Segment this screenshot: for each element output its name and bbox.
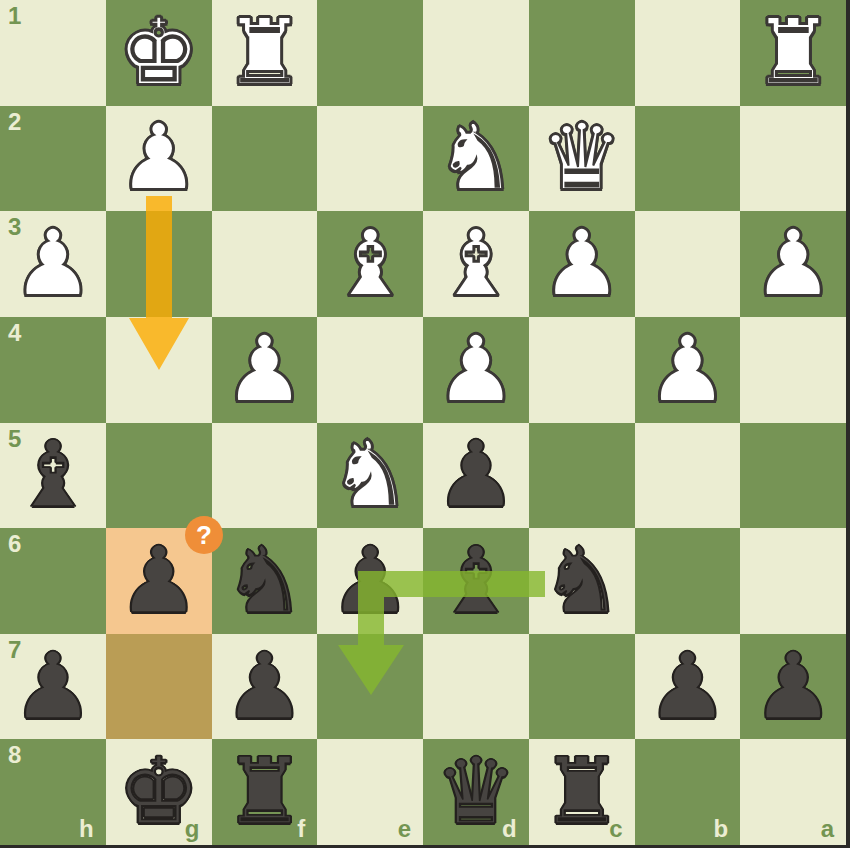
file-label-a: a (821, 817, 834, 841)
square-e1[interactable] (317, 0, 423, 106)
square-b3[interactable] (635, 211, 741, 317)
square-h3[interactable]: 3♟ (0, 211, 106, 317)
square-c4[interactable] (529, 317, 635, 423)
square-d1[interactable] (423, 0, 529, 106)
square-g4[interactable] (106, 317, 212, 423)
square-e2[interactable] (317, 106, 423, 212)
square-c7[interactable] (529, 634, 635, 740)
piece-black-knight-c6[interactable]: ♞ (529, 528, 635, 634)
piece-white-rook-f1[interactable]: ♜ (212, 0, 318, 106)
square-h5[interactable]: 5♝ (0, 423, 106, 529)
square-e3[interactable]: ♝ (317, 211, 423, 317)
square-c6[interactable]: ♞ (529, 528, 635, 634)
piece-black-pawn-f7[interactable]: ♟ (212, 634, 318, 740)
square-h7[interactable]: 7♟ (0, 634, 106, 740)
piece-black-bishop-d6[interactable]: ♝ (423, 528, 529, 634)
square-f7[interactable]: ♟ (212, 634, 318, 740)
square-c2[interactable]: ♛ (529, 106, 635, 212)
square-a8[interactable]: a (740, 739, 846, 845)
piece-black-pawn-b7[interactable]: ♟ (635, 634, 741, 740)
square-a3[interactable]: ♟ (740, 211, 846, 317)
piece-white-rook-a1[interactable]: ♜ (740, 0, 846, 106)
square-a6[interactable] (740, 528, 846, 634)
square-d4[interactable]: ♟ (423, 317, 529, 423)
square-d5[interactable]: ♟ (423, 423, 529, 529)
piece-white-pawn-c3[interactable]: ♟ (529, 211, 635, 317)
square-b6[interactable] (635, 528, 741, 634)
square-h4[interactable]: 4 (0, 317, 106, 423)
chess-board-frame: 1♚♜♜2♟♞♛3♟♝♝♟♟4♟♟♟5♝♞♟6♟♞♟♝♞7♟♟♟♟8hg♚f♜e… (0, 0, 850, 848)
rank-label-2: 2 (8, 110, 21, 134)
square-e4[interactable] (317, 317, 423, 423)
piece-white-bishop-e3[interactable]: ♝ (317, 211, 423, 317)
rank-label-8: 8 (8, 743, 21, 767)
square-b1[interactable] (635, 0, 741, 106)
square-h8[interactable]: 8h (0, 739, 106, 845)
piece-white-pawn-h3[interactable]: ♟ (0, 211, 106, 317)
piece-black-rook-c8[interactable]: ♜ (529, 739, 635, 845)
square-e5[interactable]: ♞ (317, 423, 423, 529)
square-h2[interactable]: 2 (0, 106, 106, 212)
rank-label-6: 6 (8, 532, 21, 556)
piece-black-pawn-e6[interactable]: ♟ (317, 528, 423, 634)
square-b8[interactable]: b (635, 739, 741, 845)
piece-black-king-g8[interactable]: ♚ (106, 739, 212, 845)
square-d2[interactable]: ♞ (423, 106, 529, 212)
square-f1[interactable]: ♜ (212, 0, 318, 106)
square-b4[interactable]: ♟ (635, 317, 741, 423)
piece-white-queen-c2[interactable]: ♛ (529, 106, 635, 212)
piece-white-pawn-a3[interactable]: ♟ (740, 211, 846, 317)
piece-white-pawn-f4[interactable]: ♟ (212, 317, 318, 423)
square-d3[interactable]: ♝ (423, 211, 529, 317)
square-a5[interactable] (740, 423, 846, 529)
square-h1[interactable]: 1 (0, 0, 106, 106)
piece-black-knight-f6[interactable]: ♞ (212, 528, 318, 634)
square-g1[interactable]: ♚ (106, 0, 212, 106)
square-g7[interactable] (106, 634, 212, 740)
piece-black-pawn-d5[interactable]: ♟ (423, 423, 529, 529)
square-a7[interactable]: ♟ (740, 634, 846, 740)
square-f2[interactable] (212, 106, 318, 212)
square-g3[interactable] (106, 211, 212, 317)
chess-board: 1♚♜♜2♟♞♛3♟♝♝♟♟4♟♟♟5♝♞♟6♟♞♟♝♞7♟♟♟♟8hg♚f♜e… (0, 0, 846, 845)
square-f5[interactable] (212, 423, 318, 529)
square-a2[interactable] (740, 106, 846, 212)
square-d8[interactable]: d♛ (423, 739, 529, 845)
piece-white-bishop-d3[interactable]: ♝ (423, 211, 529, 317)
square-c3[interactable]: ♟ (529, 211, 635, 317)
mistake-badge: ? (185, 516, 223, 554)
piece-white-king-g1[interactable]: ♚ (106, 0, 212, 106)
square-g5[interactable] (106, 423, 212, 529)
square-f4[interactable]: ♟ (212, 317, 318, 423)
piece-black-rook-f8[interactable]: ♜ (212, 739, 318, 845)
square-f8[interactable]: f♜ (212, 739, 318, 845)
piece-white-knight-d2[interactable]: ♞ (423, 106, 529, 212)
rank-label-1: 1 (8, 4, 21, 28)
square-b2[interactable] (635, 106, 741, 212)
piece-black-bishop-h5[interactable]: ♝ (0, 423, 106, 529)
square-f6[interactable]: ♞ (212, 528, 318, 634)
rank-label-4: 4 (8, 321, 21, 345)
piece-black-queen-d8[interactable]: ♛ (423, 739, 529, 845)
square-a1[interactable]: ♜ (740, 0, 846, 106)
piece-white-pawn-g2[interactable]: ♟ (106, 106, 212, 212)
square-e8[interactable]: e (317, 739, 423, 845)
file-label-e: e (398, 817, 411, 841)
square-g8[interactable]: g♚ (106, 739, 212, 845)
square-c5[interactable] (529, 423, 635, 529)
square-f3[interactable] (212, 211, 318, 317)
piece-black-pawn-h7[interactable]: ♟ (0, 634, 106, 740)
square-d6[interactable]: ♝ (423, 528, 529, 634)
file-label-b: b (714, 817, 729, 841)
square-d7[interactable] (423, 634, 529, 740)
square-g2[interactable]: ♟ (106, 106, 212, 212)
square-e7[interactable] (317, 634, 423, 740)
piece-white-pawn-d4[interactable]: ♟ (423, 317, 529, 423)
piece-white-knight-e5[interactable]: ♞ (317, 423, 423, 529)
file-label-h: h (79, 817, 94, 841)
square-a4[interactable] (740, 317, 846, 423)
piece-white-pawn-b4[interactable]: ♟ (635, 317, 741, 423)
square-e6[interactable]: ♟ (317, 528, 423, 634)
square-b5[interactable] (635, 423, 741, 529)
square-c8[interactable]: c♜ (529, 739, 635, 845)
piece-black-pawn-a7[interactable]: ♟ (740, 634, 846, 740)
square-b7[interactable]: ♟ (635, 634, 741, 740)
square-c1[interactable] (529, 0, 635, 106)
square-h6[interactable]: 6 (0, 528, 106, 634)
